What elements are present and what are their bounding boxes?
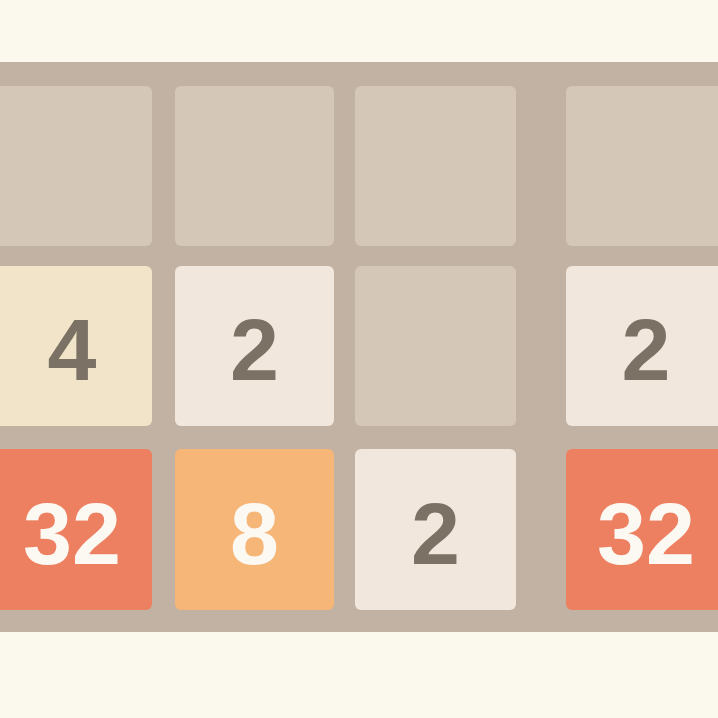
empty-cell-r0c0 xyxy=(0,86,152,246)
tile-2-r1c1: 2 xyxy=(175,266,334,426)
empty-cell-r0c3 xyxy=(566,86,718,246)
game-screen: 422328232 xyxy=(0,0,718,718)
empty-cell-r0c2 xyxy=(355,86,516,246)
tile-4-r1c0: 4 xyxy=(0,266,152,426)
board-2048[interactable]: 422328232 xyxy=(0,62,718,632)
board-grid: 422328232 xyxy=(0,86,718,610)
tile-8-r2c1: 8 xyxy=(175,449,334,610)
tile-32-r2c0: 32 xyxy=(0,449,152,610)
tile-2-r2c2: 2 xyxy=(355,449,516,610)
tile-32-r2c3: 32 xyxy=(566,449,718,610)
tile-2-r1c3: 2 xyxy=(566,266,718,426)
empty-cell-r0c1 xyxy=(175,86,334,246)
empty-cell-r1c2 xyxy=(355,266,516,426)
